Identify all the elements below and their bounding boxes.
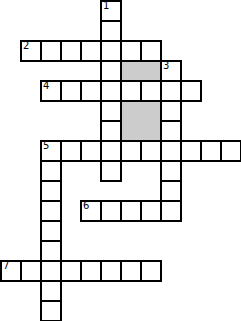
empty-space [161,241,181,261]
empty-space [1,301,21,321]
crossword-cell[interactable]: 5 [41,141,61,161]
empty-space [141,181,161,201]
crossword-cell[interactable] [181,81,201,101]
empty-space [61,301,81,321]
empty-space [201,1,221,21]
empty-space [201,21,221,41]
empty-space [201,241,221,261]
empty-space [81,61,101,81]
crossword-cell[interactable] [121,41,141,61]
clue-number: 4 [43,81,49,91]
crossword-cell[interactable] [141,261,161,281]
empty-space [181,161,201,181]
empty-space [181,41,201,61]
empty-space [101,281,121,301]
crossword-cell[interactable] [161,121,181,141]
empty-space [141,21,161,41]
crossword-cell[interactable] [41,301,61,321]
empty-space [101,221,121,241]
empty-space [201,281,221,301]
crossword-cell[interactable] [141,41,161,61]
empty-space [141,161,161,181]
crossword-cell[interactable] [101,141,121,161]
crossword-cell[interactable]: 2 [21,41,41,61]
empty-space [161,281,181,301]
empty-space [1,121,21,141]
empty-space [161,301,181,321]
empty-space [201,41,221,61]
empty-space [81,241,101,261]
empty-space [201,81,221,101]
empty-space [141,281,161,301]
empty-space [1,141,21,161]
crossword-grid: 1234567 [1,1,241,321]
crossword-cell[interactable] [101,61,121,81]
empty-space [181,21,201,41]
empty-space [1,201,21,221]
empty-space [61,101,81,121]
crossword-cell[interactable] [161,101,181,121]
empty-space [221,21,241,41]
empty-space [221,241,241,261]
empty-space [41,21,61,41]
empty-space [221,121,241,141]
crossword-cell[interactable] [121,81,141,101]
empty-space [221,81,241,101]
empty-space [201,101,221,121]
crossword-cell[interactable] [101,81,121,101]
empty-space [221,201,241,221]
crossword-cell[interactable] [41,201,61,221]
empty-space [101,301,121,321]
crossword-cell[interactable]: 6 [81,201,101,221]
empty-space [1,41,21,61]
empty-space [61,161,81,181]
empty-space [161,1,181,21]
empty-space [1,241,21,261]
crossword-cell[interactable] [61,81,81,101]
crossword-cell[interactable] [81,81,101,101]
empty-space [221,301,241,321]
crossword-cell[interactable] [21,261,41,281]
empty-space [141,301,161,321]
crossword-cell[interactable] [161,161,181,181]
crossword-cell[interactable] [141,81,161,101]
blocked-cell [141,101,161,121]
empty-space [201,61,221,81]
crossword-cell[interactable] [41,161,61,181]
empty-space [121,241,141,261]
empty-space [1,61,21,81]
empty-space [1,281,21,301]
empty-space [181,181,201,201]
crossword-cell[interactable] [121,261,141,281]
empty-space [201,201,221,221]
clue-number: 7 [3,261,9,271]
empty-space [121,161,141,181]
empty-space [61,181,81,201]
empty-space [81,281,101,301]
empty-space [41,1,61,21]
empty-space [101,181,121,201]
empty-space [121,281,141,301]
crossword-cell[interactable] [101,41,121,61]
crossword-cell[interactable] [161,181,181,201]
crossword-cell[interactable] [61,141,81,161]
empty-space [1,101,21,121]
crossword-cell[interactable] [221,141,241,161]
empty-space [181,281,201,301]
empty-space [161,221,181,241]
empty-space [61,61,81,81]
empty-space [121,21,141,41]
empty-space [21,301,41,321]
empty-space [21,221,41,241]
crossword-cell[interactable] [161,201,181,221]
empty-space [221,1,241,21]
empty-space [221,101,241,121]
crossword-cell[interactable] [41,281,61,301]
crossword-cell[interactable] [41,41,61,61]
empty-space [81,1,101,21]
crossword-cell[interactable] [141,201,161,221]
empty-space [201,121,221,141]
clue-number: 6 [83,201,89,211]
empty-space [21,161,41,181]
empty-space [41,121,61,141]
empty-space [1,181,21,201]
empty-space [161,41,181,61]
empty-space [21,181,41,201]
crossword-cell[interactable] [41,261,61,281]
crossword-board: 1234567 [0,0,241,321]
crossword-cell[interactable] [61,261,81,281]
empty-space [21,21,41,41]
blocked-cell [141,121,161,141]
empty-space [81,101,101,121]
empty-space [21,1,41,21]
blocked-cell [141,61,161,81]
crossword-cell[interactable]: 3 [161,61,181,81]
empty-space [141,221,161,241]
crossword-cell[interactable] [121,141,141,161]
crossword-cell[interactable] [101,101,121,121]
empty-space [61,21,81,41]
blocked-cell [121,121,141,141]
crossword-cell[interactable] [101,121,121,141]
empty-space [181,261,201,281]
empty-space [21,101,41,121]
empty-space [1,81,21,101]
empty-space [21,61,41,81]
crossword-cell[interactable] [101,21,121,41]
empty-space [121,221,141,241]
empty-space [221,41,241,61]
crossword-cell[interactable] [81,41,101,61]
empty-space [181,61,201,81]
blocked-cell [121,101,141,121]
empty-space [101,241,121,261]
empty-space [41,101,61,121]
crossword-cell[interactable] [41,241,61,261]
crossword-cell[interactable] [141,141,161,161]
empty-space [81,221,101,241]
crossword-cell[interactable] [161,141,181,161]
empty-space [181,221,201,241]
empty-space [21,281,41,301]
empty-space [61,281,81,301]
empty-space [81,21,101,41]
empty-space [221,221,241,241]
empty-space [201,261,221,281]
empty-space [121,181,141,201]
empty-space [81,161,101,181]
empty-space [221,261,241,281]
empty-space [61,1,81,21]
crossword-cell[interactable] [161,81,181,101]
empty-space [121,301,141,321]
empty-space [1,161,21,181]
empty-space [61,221,81,241]
empty-space [61,121,81,141]
clue-number: 3 [163,61,169,71]
crossword-cell[interactable] [201,141,221,161]
empty-space [21,201,41,221]
crossword-cell[interactable] [41,181,61,201]
empty-space [221,281,241,301]
empty-space [161,261,181,281]
empty-space [1,21,21,41]
empty-space [141,241,161,261]
empty-space [61,241,81,261]
crossword-cell[interactable]: 4 [41,81,61,101]
blocked-cell [121,61,141,81]
empty-space [1,1,21,21]
crossword-cell[interactable] [121,201,141,221]
crossword-cell[interactable] [61,41,81,61]
crossword-cell[interactable] [101,201,121,221]
empty-space [1,221,21,241]
empty-space [221,61,241,81]
empty-space [121,1,141,21]
clue-number: 1 [103,1,109,11]
empty-space [181,1,201,21]
crossword-cell[interactable] [101,261,121,281]
empty-space [41,61,61,81]
empty-space [201,181,221,201]
empty-space [181,241,201,261]
empty-space [61,201,81,221]
empty-space [161,21,181,41]
crossword-cell[interactable] [81,141,101,161]
empty-space [81,121,101,141]
empty-space [141,1,161,21]
empty-space [21,241,41,261]
crossword-cell[interactable] [181,141,201,161]
empty-space [201,221,221,241]
empty-space [181,101,201,121]
empty-space [181,121,201,141]
crossword-cell[interactable] [41,221,61,241]
empty-space [81,181,101,201]
empty-space [81,301,101,321]
crossword-cell[interactable] [101,161,121,181]
clue-number: 5 [43,141,49,151]
crossword-cell[interactable]: 1 [101,1,121,21]
crossword-cell[interactable] [81,261,101,281]
crossword-cell[interactable]: 7 [1,261,21,281]
empty-space [201,301,221,321]
empty-space [21,81,41,101]
empty-space [21,121,41,141]
empty-space [181,301,201,321]
clue-number: 2 [23,41,29,51]
empty-space [181,201,201,221]
empty-space [201,161,221,181]
page: { "game": "crossword", "grid": { "rows":… [0,0,241,321]
empty-space [221,161,241,181]
empty-space [221,181,241,201]
empty-space [21,141,41,161]
